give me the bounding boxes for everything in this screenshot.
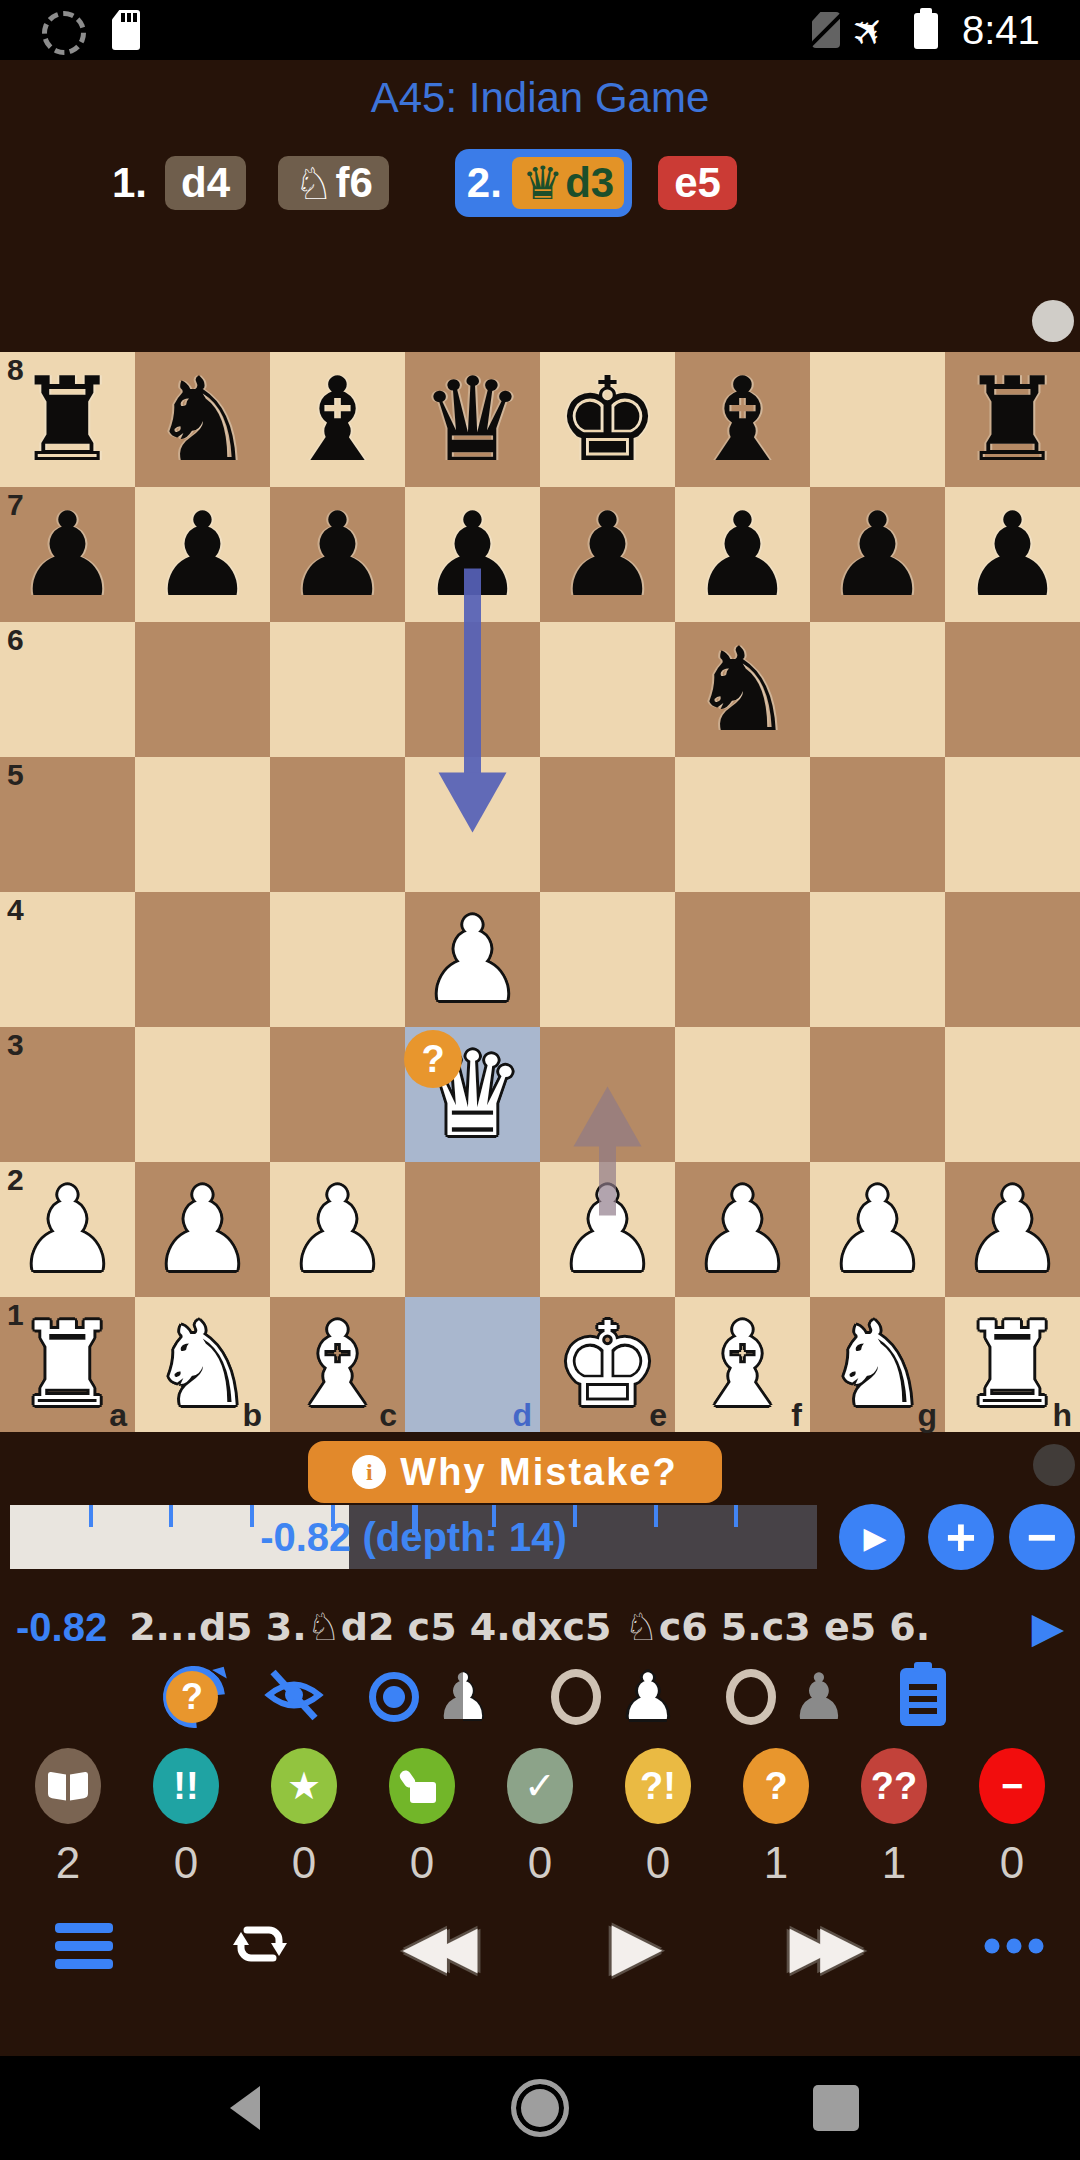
black-pawn-e7: ♟ bbox=[540, 487, 675, 622]
star-icon: ★ bbox=[271, 1748, 337, 1824]
clipboard-button[interactable] bbox=[900, 1668, 946, 1726]
rewind-button[interactable]: ◀◀ bbox=[402, 1917, 477, 1975]
rank-label-1: 1 bbox=[7, 1298, 24, 1332]
fast-forward-icon: ▶▶ bbox=[789, 1912, 864, 1980]
square-h7[interactable]: ♟ bbox=[945, 487, 1080, 622]
move-1-black-text: f6 bbox=[336, 159, 373, 207]
square-f6[interactable]: ♞ bbox=[675, 622, 810, 757]
square-d6[interactable] bbox=[405, 622, 540, 757]
question-icon: ? bbox=[166, 1671, 218, 1723]
panel-drag-handle-middle[interactable] bbox=[1033, 1444, 1075, 1486]
square-h1[interactable]: ♜h bbox=[945, 1297, 1080, 1432]
square-e2[interactable]: ♟ bbox=[540, 1162, 675, 1297]
info-icon: i bbox=[352, 1455, 386, 1489]
square-e7[interactable]: ♟ bbox=[540, 487, 675, 622]
more-options-button[interactable] bbox=[985, 1939, 1044, 1954]
square-g6[interactable] bbox=[810, 622, 945, 757]
eval-tick bbox=[492, 1505, 496, 1527]
book-icon bbox=[35, 1748, 101, 1824]
square-c8[interactable]: ♝ bbox=[270, 352, 405, 487]
play-button[interactable]: ▶ bbox=[612, 1913, 663, 1979]
square-g1[interactable]: ♞g bbox=[810, 1297, 945, 1432]
check-icon: ✓ bbox=[507, 1748, 573, 1824]
square-b1[interactable]: ♞b bbox=[135, 1297, 270, 1432]
opening-name: A45: Indian Game bbox=[0, 74, 1080, 122]
square-h2[interactable]: ♟ bbox=[945, 1162, 1080, 1297]
square-g3[interactable] bbox=[810, 1027, 945, 1162]
square-g8[interactable] bbox=[810, 352, 945, 487]
mistake-icon: ? bbox=[743, 1748, 809, 1824]
annotation-counters: 2 !! 0 ★ 0 0 ✓ 0 ?! 0 ? 1 ?? 1 − 0 bbox=[0, 1748, 1080, 1888]
move-number-1: 1. bbox=[112, 159, 147, 207]
no-sim-icon bbox=[812, 12, 840, 48]
move-number-2: 2. bbox=[467, 159, 502, 207]
square-c5[interactable] bbox=[270, 757, 405, 892]
rewind-icon: ◀◀ bbox=[402, 1912, 477, 1980]
square-a5[interactable]: 5 bbox=[0, 757, 135, 892]
play-icon: ▶ bbox=[863, 1520, 886, 1555]
blunder-count: 1 bbox=[882, 1838, 906, 1888]
engine-minus-button[interactable]: − bbox=[1009, 1504, 1075, 1570]
square-b7[interactable]: ♟ bbox=[135, 487, 270, 622]
hint-refresh-button[interactable]: ? bbox=[163, 1666, 225, 1728]
rank-label-7: 7 bbox=[7, 488, 24, 522]
square-f2[interactable]: ♟ bbox=[675, 1162, 810, 1297]
black-king-e8: ♚ bbox=[540, 352, 675, 487]
white-pawn-f2: ♟ bbox=[675, 1162, 810, 1297]
square-c4[interactable] bbox=[270, 892, 405, 1027]
eval-tick bbox=[331, 1505, 335, 1527]
status-time: 8:41 bbox=[962, 8, 1040, 53]
white-bishop-f1: ♝ bbox=[675, 1297, 810, 1432]
square-b6[interactable] bbox=[135, 622, 270, 757]
square-e3[interactable] bbox=[540, 1027, 675, 1162]
black-queen-d8: ♛ bbox=[405, 352, 540, 487]
interesting-count: 0 bbox=[646, 1838, 670, 1888]
square-b8[interactable]: ♞ bbox=[135, 352, 270, 487]
engine-analysis-line[interactable]: -0.82 2...d5 3.♘d2 c5 4.dxc5 ♘c6 5.c3 e5… bbox=[0, 1598, 1080, 1656]
why-mistake-button[interactable]: i Why Mistake? bbox=[308, 1441, 722, 1503]
move-2-white-text: d3 bbox=[565, 159, 614, 207]
rank-label-5: 5 bbox=[7, 758, 24, 792]
square-d4[interactable]: ♟ bbox=[405, 892, 540, 1027]
black-pawn-h7: ♟ bbox=[945, 487, 1080, 622]
square-a4[interactable]: 4 bbox=[0, 892, 135, 1027]
sd-card-icon bbox=[112, 10, 140, 50]
move-2-black-e5-blunder[interactable]: e5 bbox=[658, 156, 737, 210]
annotation-blunder[interactable]: ?? 1 bbox=[854, 1748, 934, 1888]
arrows-black-radio[interactable] bbox=[726, 1669, 776, 1725]
arrows-white-radio[interactable] bbox=[551, 1669, 601, 1725]
eval-tick bbox=[89, 1505, 93, 1527]
square-h5[interactable] bbox=[945, 757, 1080, 892]
square-g2[interactable]: ♟ bbox=[810, 1162, 945, 1297]
white-pawn-e2: ♟ bbox=[540, 1162, 675, 1297]
square-c7[interactable]: ♟ bbox=[270, 487, 405, 622]
analysis-more-icon[interactable]: ▶ bbox=[1032, 1603, 1064, 1652]
arrows-both-radio[interactable] bbox=[369, 1672, 419, 1722]
square-d8[interactable]: ♛ bbox=[405, 352, 540, 487]
eval-tick bbox=[250, 1505, 254, 1527]
black-pawn-g7: ♟ bbox=[810, 487, 945, 622]
fast-forward-button[interactable]: ▶▶ bbox=[789, 1917, 864, 1975]
move-2-white-qd3-selected[interactable]: 2. ♛ d3 bbox=[455, 149, 632, 217]
interesting-icon: ?! bbox=[625, 1748, 691, 1824]
file-label-h: h bbox=[1052, 1397, 1072, 1434]
why-mistake-label: Why Mistake? bbox=[400, 1451, 677, 1494]
square-a8[interactable]: ♜8 bbox=[0, 352, 135, 487]
white-pawn-c2: ♟ bbox=[270, 1162, 405, 1297]
double-exclam-icon: !! bbox=[153, 1748, 219, 1824]
file-label-f: f bbox=[791, 1397, 802, 1434]
hamburger-icon bbox=[55, 1923, 113, 1969]
battery-icon bbox=[914, 13, 938, 49]
annotation-interesting[interactable]: ?! 0 bbox=[618, 1748, 698, 1888]
square-e5[interactable] bbox=[540, 757, 675, 892]
chess-board[interactable]: ♜8♞♝♛♚♝♜♟7♟♟♟♟♟♟♟6♞54♟3♛♟2♟♟♟♟♟♟♜1a♞b♝cd… bbox=[0, 352, 1080, 1432]
nav-back-button[interactable] bbox=[230, 2086, 260, 2130]
square-f8[interactable]: ♝ bbox=[675, 352, 810, 487]
minus-icon: − bbox=[1027, 1507, 1057, 1567]
nav-recents-button[interactable] bbox=[813, 2085, 859, 2131]
clipboard-icon bbox=[900, 1668, 946, 1726]
plus-icon: + bbox=[946, 1507, 976, 1567]
eval-tick bbox=[573, 1505, 577, 1527]
file-label-g: g bbox=[917, 1397, 937, 1434]
annotation-thumbs-up[interactable]: 0 bbox=[382, 1748, 462, 1888]
white-pawn-h2: ♟ bbox=[945, 1162, 1080, 1297]
analysis-moves: 2...d5 3.♘d2 c5 4.dxc5 ♘c6 5.c3 e5 6. bbox=[129, 1605, 1032, 1649]
square-e4[interactable] bbox=[540, 892, 675, 1027]
square-a1[interactable]: ♜1a bbox=[0, 1297, 135, 1432]
square-g7[interactable]: ♟ bbox=[810, 487, 945, 622]
minus-icon: − bbox=[979, 1748, 1045, 1824]
square-h4[interactable] bbox=[945, 892, 1080, 1027]
file-label-a: a bbox=[109, 1397, 127, 1434]
rank-label-3: 3 bbox=[7, 1028, 24, 1062]
annotation-bad[interactable]: − 0 bbox=[972, 1748, 1052, 1888]
square-e6[interactable] bbox=[540, 622, 675, 757]
white-pawn-b2: ♟ bbox=[135, 1162, 270, 1297]
rank-label-8: 8 bbox=[7, 353, 24, 387]
square-c2[interactable]: ♟ bbox=[270, 1162, 405, 1297]
square-f1[interactable]: ♝f bbox=[675, 1297, 810, 1432]
white-pawn-g2: ♟ bbox=[810, 1162, 945, 1297]
square-d7[interactable]: ♟ bbox=[405, 487, 540, 622]
square-h8[interactable]: ♜ bbox=[945, 352, 1080, 487]
black-pawn-c7: ♟ bbox=[270, 487, 405, 622]
black-pawn-icon: ♟ bbox=[790, 1662, 848, 1732]
square-a3[interactable]: 3 bbox=[0, 1027, 135, 1162]
play-icon: ▶ bbox=[612, 1907, 663, 1984]
brilliant-count: 0 bbox=[174, 1838, 198, 1888]
file-label-c: c bbox=[379, 1397, 397, 1434]
square-a7[interactable]: ♟7 bbox=[0, 487, 135, 622]
eval-tick bbox=[654, 1505, 658, 1527]
square-e1[interactable]: ♚e bbox=[540, 1297, 675, 1432]
square-a2[interactable]: ♟2 bbox=[0, 1162, 135, 1297]
square-d1[interactable]: d bbox=[405, 1297, 540, 1432]
move-list: 1. d4 ♘ f6 2. ♛ d3 e5 bbox=[112, 148, 737, 218]
ellipsis-icon bbox=[985, 1939, 1044, 1954]
eval-tick bbox=[412, 1505, 418, 1535]
hide-arrows-button[interactable] bbox=[261, 1662, 327, 1732]
black-knight-f6: ♞ bbox=[675, 622, 810, 757]
square-f4[interactable] bbox=[675, 892, 810, 1027]
eval-tick bbox=[734, 1505, 738, 1527]
square-g5[interactable] bbox=[810, 757, 945, 892]
eye-off-icon bbox=[261, 1662, 327, 1728]
black-bishop-c8: ♝ bbox=[270, 352, 405, 487]
black-rook-h8: ♜ bbox=[945, 352, 1080, 487]
square-d2[interactable] bbox=[405, 1162, 540, 1297]
white-pawn-d4: ♟ bbox=[405, 892, 540, 1027]
white-pawn-icon: ♟ bbox=[619, 1662, 677, 1732]
eval-tick bbox=[169, 1505, 173, 1527]
engine-play-button[interactable]: ▶ bbox=[839, 1504, 905, 1570]
menu-button[interactable] bbox=[55, 1923, 113, 1969]
android-nav-bar bbox=[0, 2056, 1080, 2160]
square-a6[interactable]: 6 bbox=[0, 622, 135, 757]
square-f3[interactable] bbox=[675, 1027, 810, 1162]
panel-drag-handle-top[interactable] bbox=[1032, 300, 1074, 342]
evaluation-bar[interactable]: -0.82 (depth: 14) bbox=[10, 1505, 817, 1569]
move-2-white-annotated-badge: ♛ d3 bbox=[512, 157, 624, 209]
square-b3[interactable] bbox=[135, 1027, 270, 1162]
book-count: 2 bbox=[56, 1838, 80, 1888]
mistake-question-badge: ? bbox=[404, 1030, 462, 1088]
annotation-brilliant[interactable]: !! 0 bbox=[146, 1748, 226, 1888]
radio-unselected-icon bbox=[726, 1669, 776, 1725]
mistake-count: 1 bbox=[764, 1838, 788, 1888]
move-1-white-d4[interactable]: d4 bbox=[165, 156, 246, 210]
square-h3[interactable] bbox=[945, 1027, 1080, 1162]
loading-spinner-icon bbox=[42, 11, 86, 55]
square-d5[interactable] bbox=[405, 757, 540, 892]
square-b5[interactable] bbox=[135, 757, 270, 892]
file-label-d: d bbox=[512, 1397, 532, 1434]
annotation-check[interactable]: ✓ 0 bbox=[500, 1748, 580, 1888]
annotation-book[interactable]: 2 bbox=[28, 1748, 108, 1888]
thumbs-up-icon bbox=[389, 1748, 455, 1824]
check-count: 0 bbox=[528, 1838, 552, 1888]
queen-glyph: ♛ bbox=[522, 156, 563, 210]
repeat-icon bbox=[227, 1916, 293, 1972]
black-knight-b8: ♞ bbox=[135, 352, 270, 487]
radio-selected-icon bbox=[369, 1672, 419, 1722]
annotation-star[interactable]: ★ 0 bbox=[264, 1748, 344, 1888]
file-label-e: e bbox=[649, 1397, 667, 1434]
bad-count: 0 bbox=[1000, 1838, 1024, 1888]
black-pawn-d7: ♟ bbox=[405, 487, 540, 622]
file-label-b: b bbox=[242, 1397, 262, 1434]
repeat-button[interactable] bbox=[227, 1916, 293, 1976]
black-bishop-f8: ♝ bbox=[675, 352, 810, 487]
square-g4[interactable] bbox=[810, 892, 945, 1027]
square-b2[interactable]: ♟ bbox=[135, 1162, 270, 1297]
annotation-mistake[interactable]: ? 1 bbox=[736, 1748, 816, 1888]
square-b4[interactable] bbox=[135, 892, 270, 1027]
square-h6[interactable] bbox=[945, 622, 1080, 757]
square-e8[interactable]: ♚ bbox=[540, 352, 675, 487]
status-bar: ✈ 8:41 bbox=[0, 0, 1080, 60]
rank-label-6: 6 bbox=[7, 623, 24, 657]
airplane-mode-icon: ✈ bbox=[841, 3, 897, 59]
square-c1[interactable]: ♝c bbox=[270, 1297, 405, 1432]
rank-label-4: 4 bbox=[7, 893, 24, 927]
nav-home-button[interactable] bbox=[511, 2079, 569, 2137]
radio-unselected-icon bbox=[551, 1669, 601, 1725]
options-row: ? ♟♟ ♟ ♟ bbox=[0, 1658, 1080, 1736]
move-1-black-nf6[interactable]: ♘ f6 bbox=[278, 156, 389, 210]
transport-controls: ◀◀ ▶ ▶▶ bbox=[0, 1906, 1080, 1986]
black-pawn-f7: ♟ bbox=[675, 487, 810, 622]
square-c6[interactable] bbox=[270, 622, 405, 757]
rank-label-2: 2 bbox=[7, 1163, 24, 1197]
both-colors-pawn-icon: ♟♟ bbox=[434, 1662, 492, 1732]
square-f7[interactable]: ♟ bbox=[675, 487, 810, 622]
knight-glyph: ♘ bbox=[294, 158, 333, 209]
black-pawn-b7: ♟ bbox=[135, 487, 270, 622]
square-f5[interactable] bbox=[675, 757, 810, 892]
square-c3[interactable] bbox=[270, 1027, 405, 1162]
star-count: 0 bbox=[292, 1838, 316, 1888]
thumbs-up-count: 0 bbox=[410, 1838, 434, 1888]
engine-plus-button[interactable]: + bbox=[928, 1504, 994, 1570]
analysis-score: -0.82 bbox=[16, 1605, 107, 1650]
blunder-icon: ?? bbox=[861, 1748, 927, 1824]
